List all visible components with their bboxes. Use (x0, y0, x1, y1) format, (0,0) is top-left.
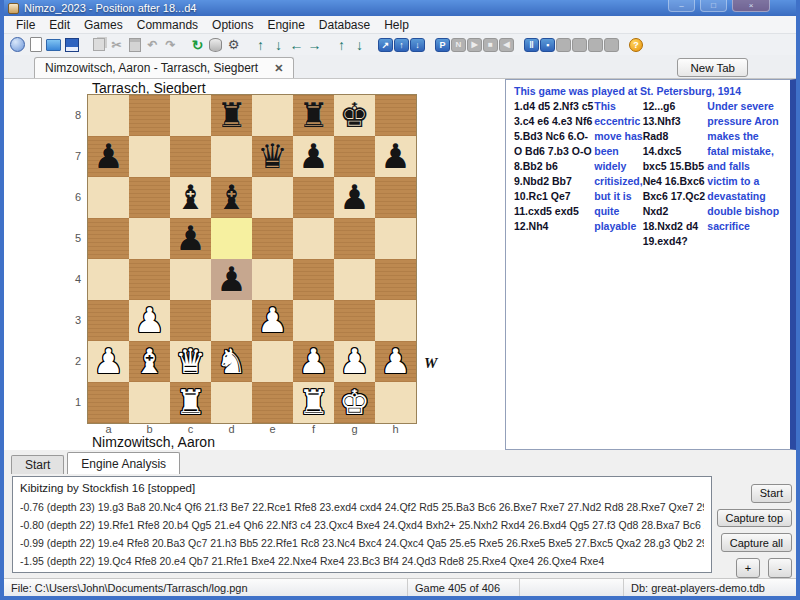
open-file-icon[interactable] (45, 37, 62, 53)
undo-icon[interactable]: ↶ (144, 37, 161, 53)
rank-label-3: 3 (66, 300, 88, 341)
engine-line[interactable]: -0.80 (depth 22) 19.Rfe1 Rfe8 20.b4 Qg5 … (20, 516, 704, 534)
black-pawn: ♟ (298, 136, 328, 177)
white-rook: ♜ (298, 382, 328, 423)
notation-comment[interactable]: Under severe pressure Aron makes the fat… (707, 99, 782, 450)
status-game-counter: Game 405 of 406 (408, 579, 520, 596)
square-g4[interactable] (334, 259, 375, 300)
board-panel: Tarrasch, Siegbert 87654321 ♜♜♚♟♛♟♟♝♝♟♟♟… (4, 79, 505, 450)
square-e1[interactable] (252, 382, 293, 423)
square-a7[interactable]: ♟ (88, 136, 129, 177)
square-c2[interactable]: ♛ (170, 341, 211, 382)
capture-top-button[interactable]: Capture top (717, 509, 792, 528)
square-e2[interactable] (252, 341, 293, 382)
help-globe-icon[interactable] (9, 37, 26, 53)
notation-panel[interactable]: This game was played at St. Petersburg, … (505, 79, 796, 450)
square-g7[interactable] (334, 136, 375, 177)
play-icon[interactable]: ▶ (467, 38, 482, 52)
app-window: Nimzo_2023 - Position after 18...d4 – □ … (0, 0, 800, 600)
square-h1[interactable] (375, 382, 416, 423)
file-label-d: d (211, 423, 252, 435)
square-a8[interactable] (88, 95, 129, 136)
square-f2[interactable]: ♟ (293, 341, 334, 382)
square-e4[interactable] (252, 259, 293, 300)
rewind-icon[interactable]: ◀ (499, 38, 514, 52)
minus-button[interactable]: - (768, 558, 792, 578)
black-bishop: ♝ (175, 177, 205, 218)
menu-options[interactable]: Options (205, 18, 260, 32)
bottom-tab-bar: Start Engine Analysis (4, 450, 796, 474)
tab-close-icon[interactable]: ✕ (274, 62, 283, 75)
notation-moves[interactable]: 12...g6 13.Nhf3 Rad8 14.dxc5 bxc5 15.Bb5… (643, 99, 708, 450)
square-b8[interactable] (129, 95, 170, 136)
square-g3[interactable] (334, 300, 375, 341)
chess-board[interactable]: ♜♜♚♟♛♟♟♝♝♟♟♟♟♟♟♝♛♞♟♟♟♜♜♚ (88, 95, 416, 423)
engine-line[interactable]: -0.76 (depth 23) 19.g3 Ba8 20.Nc4 Qf6 21… (20, 498, 704, 516)
white-pawn: ♟ (380, 341, 410, 382)
white-pawn: ♟ (257, 300, 287, 341)
square-h3[interactable] (375, 300, 416, 341)
square-f5[interactable] (293, 218, 334, 259)
square-e8[interactable] (252, 95, 293, 136)
square-h2[interactable]: ♟ (375, 341, 416, 382)
rank-label-6: 6 (66, 177, 88, 218)
black-bishop: ♝ (216, 177, 246, 218)
copy-icon[interactable] (90, 37, 107, 53)
square-h6[interactable] (375, 177, 416, 218)
prev-game-icon[interactable]: ↑ (394, 38, 409, 52)
tab-bar: Nimzowitsch, Aaron - Tarrasch, Siegbert … (4, 55, 796, 79)
square-d3[interactable] (211, 300, 252, 341)
black-queen: ♛ (257, 136, 287, 177)
file-label-h: h (375, 423, 416, 435)
app-icon (8, 3, 19, 14)
white-queen: ♛ (175, 341, 205, 382)
disabled-icon-3[interactable] (588, 38, 603, 52)
square-f8[interactable]: ♜ (293, 95, 334, 136)
square-b3[interactable]: ♟ (129, 300, 170, 341)
tab-game-label: Nimzowitsch, Aaron - Tarrasch, Siegbert (45, 61, 258, 75)
white-knight: ♞ (216, 341, 246, 382)
caption-buttons: – □ × (668, 0, 770, 12)
tab-start[interactable]: Start (11, 455, 64, 474)
black-king: ♚ (339, 95, 369, 136)
white-pawn: ♟ (298, 341, 328, 382)
square-g6[interactable]: ♟ (334, 177, 375, 218)
square-f6[interactable] (293, 177, 334, 218)
white-pawn: ♟ (93, 341, 123, 382)
black-pawn: ♟ (93, 136, 123, 177)
save-icon[interactable] (63, 37, 80, 53)
notation-comment[interactable]: This eccentric move has been widely crit… (594, 99, 642, 450)
square-f1[interactable]: ♜ (293, 382, 334, 423)
annotate-icon[interactable]: N (451, 38, 466, 52)
square-e5[interactable] (252, 218, 293, 259)
square-a3[interactable] (88, 300, 129, 341)
nav-right-icon[interactable]: → (306, 37, 323, 53)
square-h8[interactable] (375, 95, 416, 136)
square-f7[interactable]: ♟ (293, 136, 334, 177)
paste-icon[interactable] (126, 37, 143, 53)
square-e7[interactable]: ♛ (252, 136, 293, 177)
file-label-g: g (334, 423, 375, 435)
status-file: File: C:\Users\John\Documents/Tarrasch/l… (4, 579, 408, 596)
engine-line[interactable]: -1.95 (depth 22) 19.Qc4 Rfe8 20.e4 Qb7 2… (20, 552, 704, 570)
black-rook: ♜ (298, 95, 328, 136)
square-c7[interactable] (170, 136, 211, 177)
square-h4[interactable] (375, 259, 416, 300)
square-g5[interactable] (334, 218, 375, 259)
square-b2[interactable]: ♝ (129, 341, 170, 382)
notation-comment[interactable]: This game was played at St. Petersburg, … (514, 85, 741, 97)
square-d7[interactable] (211, 136, 252, 177)
notation-paragraph[interactable]: 1.d4 d5 2.Nf3 c5 3.c4 e6 4.e3 Nf6 5.Bd3 … (514, 99, 782, 450)
notation-moves[interactable]: 1.d4 d5 2.Nf3 c5 3.c4 e6 4.e3 Nf6 5.Bd3 … (514, 99, 594, 450)
engine-area: Kibitzing by Stockfish 16 [stopped] -0.7… (4, 474, 796, 578)
square-h5[interactable] (375, 218, 416, 259)
rank-label-5: 5 (66, 218, 88, 259)
square-b6[interactable] (129, 177, 170, 218)
jump-start-icon[interactable]: ↑ (333, 37, 350, 53)
new-document-icon[interactable] (27, 37, 44, 53)
square-e6[interactable] (252, 177, 293, 218)
next-game-icon[interactable]: ↓ (410, 38, 425, 52)
stop-icon[interactable]: ■ (483, 38, 498, 52)
menu-help[interactable]: Help (377, 18, 416, 32)
nav-down-icon[interactable]: ↓ (270, 37, 287, 53)
file-label-f: f (293, 423, 334, 435)
square-d8[interactable]: ♜ (211, 95, 252, 136)
square-f4[interactable] (293, 259, 334, 300)
square-b7[interactable] (129, 136, 170, 177)
square-c5[interactable]: ♟ (170, 218, 211, 259)
notation-paragraph[interactable]: This game was played at St. Petersburg, … (514, 84, 782, 99)
nav-left-icon[interactable]: ← (288, 37, 305, 53)
black-pawn: ♟ (380, 136, 410, 177)
white-king: ♚ (339, 382, 369, 423)
disabled-icon-2[interactable] (572, 38, 587, 52)
engine-line[interactable]: -0.99 (depth 22) 19.e4 Rfe8 20.Ba3 Qc7 2… (20, 534, 704, 552)
black-pawn: ♟ (339, 177, 369, 218)
toolbar: ✂↶↷↻⚙↑↓←→↑↓↗↑↓PN▶■◀‖▪? (4, 34, 796, 55)
status-bar: File: C:\Users\John\Documents/Tarrasch/l… (4, 578, 796, 596)
black-pawn: ♟ (216, 259, 246, 300)
tab-game[interactable]: Nimzowitsch, Aaron - Tarrasch, Siegbert … (34, 57, 294, 78)
square-f3[interactable] (293, 300, 334, 341)
square-a4[interactable] (88, 259, 129, 300)
square-c1[interactable]: ♜ (170, 382, 211, 423)
engine-icon[interactable]: ⚙ (225, 37, 242, 53)
square-c6[interactable]: ♝ (170, 177, 211, 218)
square-a5[interactable] (88, 218, 129, 259)
rank-label-1: 1 (66, 382, 88, 423)
capture-all-button[interactable]: Capture all (721, 533, 792, 552)
jump-end-icon[interactable]: ↓ (351, 37, 368, 53)
new-tab-button[interactable]: New Tab (677, 58, 748, 77)
disabled-icon-1[interactable] (556, 38, 571, 52)
square-a2[interactable]: ♟ (88, 341, 129, 382)
square-c4[interactable] (170, 259, 211, 300)
menu-file[interactable]: File (9, 18, 42, 32)
white-pawn: ♟ (339, 341, 369, 382)
black-pawn: ♟ (175, 218, 205, 259)
help-coin-icon[interactable]: ? (629, 38, 643, 52)
square-c3[interactable] (170, 300, 211, 341)
engine-header: Kibitzing by Stockfish 16 [stopped] (20, 482, 704, 494)
white-bishop: ♝ (134, 341, 164, 382)
disabled-icon-4[interactable] (604, 38, 619, 52)
status-spacer (520, 579, 624, 596)
rank-label-7: 7 (66, 136, 88, 177)
menu-bar: FileEditGamesCommandsOptionsEngineDataba… (4, 16, 796, 34)
square-d5[interactable] (211, 218, 252, 259)
maximize-button[interactable]: □ (700, 0, 727, 12)
menu-commands[interactable]: Commands (130, 18, 205, 32)
square-e3[interactable]: ♟ (252, 300, 293, 341)
square-a6[interactable] (88, 177, 129, 218)
main-area: Tarrasch, Siegbert 87654321 ♜♜♚♟♛♟♟♝♝♟♟♟… (4, 79, 796, 450)
player-name-bottom: Nimzowitsch, Aaron (92, 435, 505, 449)
pause-icon[interactable]: ‖ (524, 38, 539, 52)
square-d1[interactable] (211, 382, 252, 423)
square-d4[interactable]: ♟ (211, 259, 252, 300)
menu-database[interactable]: Database (312, 18, 377, 32)
status-database: Db: great-players-demo.tdb (624, 579, 796, 596)
title-bar: Nimzo_2023 - Position after 18...d4 – □ … (4, 0, 796, 16)
engine-buttons: Start Capture top Capture all + - (717, 476, 792, 578)
window-title: Nimzo_2023 - Position after 18...d4 (24, 2, 196, 14)
square-c8[interactable] (170, 95, 211, 136)
black-rook: ♜ (216, 95, 246, 136)
rank-labels: 87654321 (66, 95, 88, 423)
square-b4[interactable] (129, 259, 170, 300)
player-name-top: Tarrasch, Siegbert (92, 81, 505, 95)
rank-label-2: 2 (66, 341, 88, 382)
refresh-icon[interactable]: ↻ (189, 37, 206, 53)
square-d2[interactable]: ♞ (211, 341, 252, 382)
rank-label-4: 4 (66, 259, 88, 300)
rank-label-8: 8 (66, 95, 88, 136)
menu-engine[interactable]: Engine (260, 18, 311, 32)
position-setup-icon[interactable]: P (435, 38, 450, 52)
square-b1[interactable] (129, 382, 170, 423)
square-b5[interactable] (129, 218, 170, 259)
kibitz-icon[interactable]: ▪ (540, 38, 555, 52)
square-g1[interactable]: ♚ (334, 382, 375, 423)
square-d6[interactable]: ♝ (211, 177, 252, 218)
load-position-icon[interactable]: ↗ (378, 38, 393, 52)
cut-icon[interactable]: ✂ (108, 37, 125, 53)
square-a1[interactable] (88, 382, 129, 423)
tab-engine-analysis[interactable]: Engine Analysis (67, 452, 180, 474)
white-rook: ♜ (175, 382, 205, 423)
square-h7[interactable]: ♟ (375, 136, 416, 177)
engine-output[interactable]: Kibitzing by Stockfish 16 [stopped] -0.7… (12, 476, 712, 573)
white-pawn: ♟ (134, 300, 164, 341)
file-label-e: e (252, 423, 293, 435)
close-button[interactable]: × (732, 0, 770, 12)
database-icon[interactable] (207, 37, 224, 53)
square-g8[interactable]: ♚ (334, 95, 375, 136)
engine-start-button[interactable]: Start (751, 484, 792, 503)
nav-up-icon[interactable]: ↑ (252, 37, 269, 53)
menu-games[interactable]: Games (77, 18, 130, 32)
redo-icon[interactable]: ↷ (162, 37, 179, 53)
side-to-move-indicator: W (424, 355, 437, 372)
minimize-button[interactable]: – (668, 0, 695, 12)
menu-edit[interactable]: Edit (42, 18, 77, 32)
square-g2[interactable]: ♟ (334, 341, 375, 382)
plus-button[interactable]: + (736, 558, 760, 578)
